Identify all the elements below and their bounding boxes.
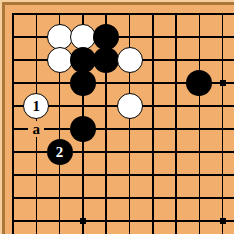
grid-line-horizontal <box>12 220 234 222</box>
star-point <box>220 218 226 224</box>
stone-black[interactable] <box>70 70 96 96</box>
stone-white[interactable] <box>117 47 143 73</box>
stone-white[interactable] <box>47 47 73 73</box>
grid-line-horizontal <box>12 174 234 176</box>
grid-line-horizontal <box>12 197 234 199</box>
grid-line-horizontal <box>12 128 234 130</box>
move-stone-2-black[interactable]: 2 <box>47 139 73 165</box>
grid-line-horizontal <box>12 13 234 15</box>
go-board[interactable]: a12 <box>0 0 234 234</box>
stone-black[interactable] <box>70 116 96 142</box>
move-stone-1-white[interactable]: 1 <box>23 93 49 119</box>
grid-line-vertical <box>152 13 154 234</box>
stone-white[interactable] <box>117 93 143 119</box>
grid-line-horizontal <box>12 151 234 153</box>
grid-line-vertical <box>12 13 14 234</box>
grid-line-vertical <box>222 13 224 234</box>
grid-line-vertical <box>199 13 201 234</box>
star-point <box>80 218 86 224</box>
stone-black[interactable] <box>93 47 119 73</box>
point-label-a: a <box>28 121 44 137</box>
grid-line-horizontal <box>12 36 234 38</box>
stone-black[interactable] <box>186 70 212 96</box>
go-diagram: a12 <box>0 0 234 234</box>
board-edge-shadow-top <box>2 2 234 5</box>
star-point <box>220 80 226 86</box>
grid-line-vertical <box>175 13 177 234</box>
board-edge-shadow-left <box>2 2 5 234</box>
